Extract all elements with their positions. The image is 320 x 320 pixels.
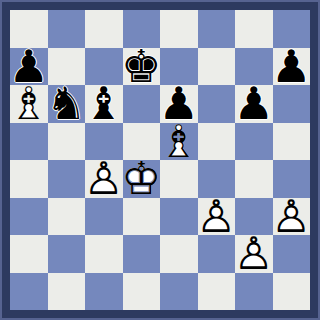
square-c2[interactable]: [85, 235, 123, 273]
square-h2[interactable]: [273, 235, 311, 273]
square-e8[interactable]: [160, 10, 198, 48]
black-pawn[interactable]: ♟: [160, 85, 198, 123]
square-h3[interactable]: ♟♙: [273, 198, 311, 236]
square-f2[interactable]: [198, 235, 236, 273]
square-f4[interactable]: [198, 160, 236, 198]
square-g3[interactable]: [235, 198, 273, 236]
white-pawn-outline-glyph: ♙: [273, 198, 311, 236]
square-c8[interactable]: [85, 10, 123, 48]
white-bishop-glyph: ♝: [160, 123, 198, 161]
square-f6[interactable]: [198, 85, 236, 123]
square-a7[interactable]: ♟: [10, 48, 48, 86]
square-c3[interactable]: [85, 198, 123, 236]
square-c4[interactable]: ♟♙: [85, 160, 123, 198]
square-d5[interactable]: [123, 123, 161, 161]
square-g8[interactable]: [235, 10, 273, 48]
white-bishop[interactable]: ♝♗: [160, 123, 198, 161]
square-c7[interactable]: [85, 48, 123, 86]
white-king[interactable]: ♚♔: [123, 160, 161, 198]
square-b7[interactable]: [48, 48, 86, 86]
square-f7[interactable]: [198, 48, 236, 86]
square-a6[interactable]: ♝♗: [10, 85, 48, 123]
white-bishop-outline-glyph: ♗: [10, 85, 48, 123]
square-f3[interactable]: ♟♙: [198, 198, 236, 236]
white-pawn-outline-glyph: ♙: [198, 198, 236, 236]
square-g5[interactable]: [235, 123, 273, 161]
black-pawn[interactable]: ♟: [235, 85, 273, 123]
square-e4[interactable]: [160, 160, 198, 198]
square-h7[interactable]: ♟: [273, 48, 311, 86]
white-pawn[interactable]: ♟♙: [85, 160, 123, 198]
square-c6[interactable]: ♝: [85, 85, 123, 123]
square-h8[interactable]: [273, 10, 311, 48]
black-bishop-glyph: ♝: [85, 85, 123, 123]
black-king[interactable]: ♚: [123, 48, 161, 86]
square-c1[interactable]: [85, 273, 123, 311]
square-a3[interactable]: [10, 198, 48, 236]
square-g7[interactable]: [235, 48, 273, 86]
square-b2[interactable]: [48, 235, 86, 273]
white-pawn-outline-glyph: ♙: [85, 160, 123, 198]
square-a1[interactable]: [10, 273, 48, 311]
square-d2[interactable]: [123, 235, 161, 273]
white-bishop-outline-glyph: ♗: [160, 123, 198, 161]
square-f5[interactable]: [198, 123, 236, 161]
square-a8[interactable]: [10, 10, 48, 48]
black-pawn[interactable]: ♟: [273, 48, 311, 86]
white-pawn-glyph: ♟: [235, 235, 273, 273]
square-d1[interactable]: [123, 273, 161, 311]
white-king-glyph: ♚: [123, 160, 161, 198]
square-e3[interactable]: [160, 198, 198, 236]
white-king-outline-glyph: ♔: [123, 160, 161, 198]
white-pawn[interactable]: ♟♙: [273, 198, 311, 236]
black-knight[interactable]: ♞: [48, 85, 86, 123]
square-a4[interactable]: [10, 160, 48, 198]
white-pawn[interactable]: ♟♙: [198, 198, 236, 236]
square-h5[interactable]: [273, 123, 311, 161]
square-h4[interactable]: [273, 160, 311, 198]
black-pawn-glyph: ♟: [235, 85, 273, 123]
square-e1[interactable]: [160, 273, 198, 311]
square-b8[interactable]: [48, 10, 86, 48]
square-e5[interactable]: ♝♗: [160, 123, 198, 161]
black-knight-glyph: ♞: [48, 85, 86, 123]
white-bishop-glyph: ♝: [10, 85, 48, 123]
square-f8[interactable]: [198, 10, 236, 48]
square-a2[interactable]: [10, 235, 48, 273]
square-c5[interactable]: [85, 123, 123, 161]
square-b5[interactable]: [48, 123, 86, 161]
square-e7[interactable]: [160, 48, 198, 86]
square-g1[interactable]: [235, 273, 273, 311]
white-pawn-outline-glyph: ♙: [235, 235, 273, 273]
square-b1[interactable]: [48, 273, 86, 311]
black-pawn-glyph: ♟: [10, 48, 48, 86]
square-b4[interactable]: [48, 160, 86, 198]
black-pawn-glyph: ♟: [160, 85, 198, 123]
square-e2[interactable]: [160, 235, 198, 273]
board-frame: ♟♚♟♝♗♞♝♟♟♝♗♟♙♚♔♟♙♟♙♟♙: [0, 0, 320, 320]
square-d3[interactable]: [123, 198, 161, 236]
chess-board: ♟♚♟♝♗♞♝♟♟♝♗♟♙♚♔♟♙♟♙♟♙: [10, 10, 310, 310]
square-d6[interactable]: [123, 85, 161, 123]
square-a5[interactable]: [10, 123, 48, 161]
square-e6[interactable]: ♟: [160, 85, 198, 123]
black-king-glyph: ♚: [123, 48, 161, 86]
black-bishop[interactable]: ♝: [85, 85, 123, 123]
black-pawn[interactable]: ♟: [10, 48, 48, 86]
white-pawn-glyph: ♟: [198, 198, 236, 236]
black-pawn-glyph: ♟: [273, 48, 311, 86]
square-b3[interactable]: [48, 198, 86, 236]
square-g6[interactable]: ♟: [235, 85, 273, 123]
square-d4[interactable]: ♚♔: [123, 160, 161, 198]
square-b6[interactable]: ♞: [48, 85, 86, 123]
square-f1[interactable]: [198, 273, 236, 311]
square-g4[interactable]: [235, 160, 273, 198]
square-d7[interactable]: ♚: [123, 48, 161, 86]
square-d8[interactable]: [123, 10, 161, 48]
white-pawn-glyph: ♟: [273, 198, 311, 236]
white-bishop[interactable]: ♝♗: [10, 85, 48, 123]
square-g2[interactable]: ♟♙: [235, 235, 273, 273]
white-pawn-glyph: ♟: [85, 160, 123, 198]
white-pawn[interactable]: ♟♙: [235, 235, 273, 273]
square-h6[interactable]: [273, 85, 311, 123]
square-h1[interactable]: [273, 273, 311, 311]
